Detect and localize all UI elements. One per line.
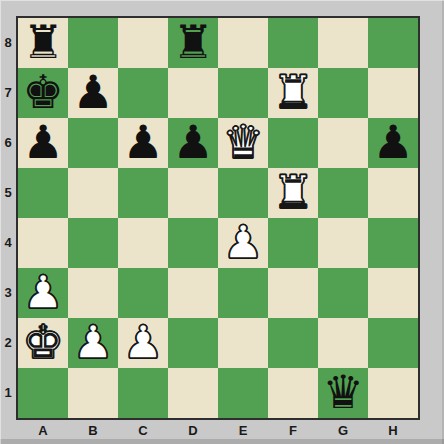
square-e2[interactable]	[218, 318, 268, 368]
file-label-g: G	[318, 421, 368, 440]
square-a6[interactable]: ♟	[18, 118, 68, 168]
square-b5[interactable]	[68, 168, 118, 218]
square-b2[interactable]: ♟	[68, 318, 118, 368]
square-e1[interactable]	[218, 368, 268, 418]
square-g7[interactable]	[318, 68, 368, 118]
square-f7[interactable]: ♜	[268, 68, 318, 118]
black-rook[interactable]: ♜	[22, 19, 63, 65]
chess-board: ♜♜♚♟♜♟♟♟♛♟♜♟♟♚♟♟♛	[16, 16, 420, 420]
file-label-f: F	[268, 421, 318, 440]
square-f2[interactable]	[268, 318, 318, 368]
square-e5[interactable]	[218, 168, 268, 218]
white-pawn[interactable]: ♟	[122, 319, 163, 365]
rank-label-5: 5	[0, 168, 16, 218]
square-d3[interactable]	[168, 268, 218, 318]
file-label-d: D	[168, 421, 218, 440]
white-king[interactable]: ♚	[22, 319, 63, 365]
file-labels: A B C D E F G H	[18, 421, 418, 440]
black-pawn[interactable]: ♟	[372, 119, 413, 165]
square-d6[interactable]: ♟	[168, 118, 218, 168]
square-f3[interactable]	[268, 268, 318, 318]
square-h2[interactable]	[368, 318, 418, 368]
square-a7[interactable]: ♚	[18, 68, 68, 118]
rank-label-2: 2	[0, 318, 16, 368]
square-g3[interactable]	[318, 268, 368, 318]
square-h7[interactable]	[368, 68, 418, 118]
file-label-e: E	[218, 421, 268, 440]
square-f8[interactable]	[268, 18, 318, 68]
square-b6[interactable]	[68, 118, 118, 168]
square-a8[interactable]: ♜	[18, 18, 68, 68]
black-pawn[interactable]: ♟	[72, 69, 113, 115]
board-frame: 8 7 6 5 4 3 2 1 ♜♜♚♟♜♟♟♟♛♟♜♟♟♚♟♟♛ A B C …	[0, 0, 444, 444]
white-pawn[interactable]: ♟	[72, 319, 113, 365]
white-rook[interactable]: ♜	[272, 69, 313, 115]
square-f1[interactable]	[268, 368, 318, 418]
square-g2[interactable]	[318, 318, 368, 368]
square-b4[interactable]	[68, 218, 118, 268]
rank-label-1: 1	[0, 368, 16, 418]
square-g1[interactable]: ♛	[318, 368, 368, 418]
square-d7[interactable]	[168, 68, 218, 118]
square-h3[interactable]	[368, 268, 418, 318]
square-e8[interactable]	[218, 18, 268, 68]
file-label-b: B	[68, 421, 118, 440]
square-c7[interactable]	[118, 68, 168, 118]
square-c2[interactable]: ♟	[118, 318, 168, 368]
square-d8[interactable]: ♜	[168, 18, 218, 68]
square-h6[interactable]: ♟	[368, 118, 418, 168]
square-d4[interactable]	[168, 218, 218, 268]
white-pawn[interactable]: ♟	[222, 219, 263, 265]
rank-label-6: 6	[0, 118, 16, 168]
black-queen[interactable]: ♛	[322, 369, 363, 415]
square-b7[interactable]: ♟	[68, 68, 118, 118]
square-f6[interactable]	[268, 118, 318, 168]
square-a1[interactable]	[18, 368, 68, 418]
square-c8[interactable]	[118, 18, 168, 68]
square-b1[interactable]	[68, 368, 118, 418]
file-label-a: A	[18, 421, 68, 440]
white-queen[interactable]: ♛	[222, 119, 263, 165]
white-pawn[interactable]: ♟	[22, 269, 63, 315]
black-rook[interactable]: ♜	[172, 19, 213, 65]
black-king[interactable]: ♚	[22, 69, 63, 115]
square-g5[interactable]	[318, 168, 368, 218]
square-h5[interactable]	[368, 168, 418, 218]
square-d5[interactable]	[168, 168, 218, 218]
rank-label-8: 8	[0, 18, 16, 68]
square-g6[interactable]	[318, 118, 368, 168]
square-f5[interactable]: ♜	[268, 168, 318, 218]
file-label-c: C	[118, 421, 168, 440]
square-e6[interactable]: ♛	[218, 118, 268, 168]
square-c3[interactable]	[118, 268, 168, 318]
square-h1[interactable]	[368, 368, 418, 418]
rank-label-3: 3	[0, 268, 16, 318]
file-label-h: H	[368, 421, 418, 440]
square-d1[interactable]	[168, 368, 218, 418]
square-c5[interactable]	[118, 168, 168, 218]
square-f4[interactable]	[268, 218, 318, 268]
square-b3[interactable]	[68, 268, 118, 318]
square-a3[interactable]: ♟	[18, 268, 68, 318]
square-e3[interactable]	[218, 268, 268, 318]
black-pawn[interactable]: ♟	[22, 119, 63, 165]
rank-label-4: 4	[0, 218, 16, 268]
square-e4[interactable]: ♟	[218, 218, 268, 268]
square-b8[interactable]	[68, 18, 118, 68]
square-a2[interactable]: ♚	[18, 318, 68, 368]
square-g8[interactable]	[318, 18, 368, 68]
square-c4[interactable]	[118, 218, 168, 268]
white-rook[interactable]: ♜	[272, 169, 313, 215]
square-g4[interactable]	[318, 218, 368, 268]
black-pawn[interactable]: ♟	[172, 119, 213, 165]
square-h8[interactable]	[368, 18, 418, 68]
rank-label-7: 7	[0, 68, 16, 118]
square-a5[interactable]	[18, 168, 68, 218]
square-e7[interactable]	[218, 68, 268, 118]
rank-labels: 8 7 6 5 4 3 2 1	[0, 18, 16, 418]
square-a4[interactable]	[18, 218, 68, 268]
black-pawn[interactable]: ♟	[122, 119, 163, 165]
square-c1[interactable]	[118, 368, 168, 418]
square-d2[interactable]	[168, 318, 218, 368]
square-c6[interactable]: ♟	[118, 118, 168, 168]
square-h4[interactable]	[368, 218, 418, 268]
